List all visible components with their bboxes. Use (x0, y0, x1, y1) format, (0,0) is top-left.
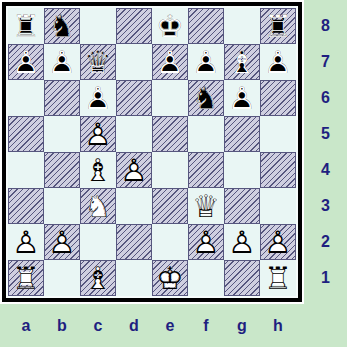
square-h1[interactable]: ♜♖ (260, 260, 296, 296)
black-bishop[interactable]: ♝♗ (224, 44, 260, 80)
black-knight-outline: ♘ (188, 80, 224, 116)
white-pawn[interactable]: ♟♙ (80, 116, 116, 152)
rank-label-7: 7 (304, 44, 347, 80)
square-e7[interactable]: ♟♙ (152, 44, 188, 80)
square-a1[interactable]: ♜♖ (8, 260, 44, 296)
black-knight[interactable]: ♞♘ (44, 8, 80, 44)
square-g4[interactable] (224, 152, 260, 188)
square-g2[interactable]: ♟♙ (224, 224, 260, 260)
black-pawn[interactable]: ♟♙ (188, 44, 224, 80)
square-d7[interactable] (116, 44, 152, 80)
square-c3[interactable]: ♞♘ (80, 188, 116, 224)
white-pawn[interactable]: ♟♙ (260, 224, 296, 260)
square-h8[interactable]: ♜♖ (260, 8, 296, 44)
square-h5[interactable] (260, 116, 296, 152)
rank-label-2: 2 (304, 224, 347, 260)
square-e8[interactable]: ♚♔ (152, 8, 188, 44)
square-a3[interactable] (8, 188, 44, 224)
square-f5[interactable] (188, 116, 224, 152)
chess-board: ♜♖♞♘♚♔♜♖♟♙♟♙♛♕♟♙♟♙♝♗♟♙♟♙♞♘♟♙♟♙♝♗♟♙♞♘♛♕♟♙… (8, 8, 296, 296)
square-b5[interactable] (44, 116, 80, 152)
file-label-b: b (44, 304, 80, 347)
square-e6[interactable] (152, 80, 188, 116)
file-labels: abcdefgh (8, 304, 296, 347)
black-pawn-outline: ♙ (8, 44, 44, 80)
chess-diagram: ♜♖♞♘♚♔♜♖♟♙♟♙♛♕♟♙♟♙♝♗♟♙♟♙♞♘♟♙♟♙♝♗♟♙♞♘♛♕♟♙… (0, 0, 347, 347)
square-h3[interactable] (260, 188, 296, 224)
white-king-outline: ♔ (152, 260, 188, 296)
black-pawn[interactable]: ♟♙ (80, 80, 116, 116)
square-d4[interactable]: ♟♙ (116, 152, 152, 188)
square-c8[interactable] (80, 8, 116, 44)
white-queen[interactable]: ♛♕ (188, 188, 224, 224)
white-pawn-outline: ♙ (8, 224, 44, 260)
square-f3[interactable]: ♛♕ (188, 188, 224, 224)
white-pawn[interactable]: ♟♙ (116, 152, 152, 188)
white-pawn-outline: ♙ (44, 224, 80, 260)
black-pawn-outline: ♙ (80, 80, 116, 116)
black-bishop-outline: ♗ (224, 44, 260, 80)
square-h6[interactable] (260, 80, 296, 116)
square-c6[interactable]: ♟♙ (80, 80, 116, 116)
square-c1[interactable]: ♝♗ (80, 260, 116, 296)
square-c7[interactable]: ♛♕ (80, 44, 116, 80)
square-b4[interactable] (44, 152, 80, 188)
rank-labels: 87654321 (304, 8, 347, 296)
black-pawn[interactable]: ♟♙ (224, 80, 260, 116)
square-h7[interactable]: ♟♙ (260, 44, 296, 80)
square-d8[interactable] (116, 8, 152, 44)
square-b1[interactable] (44, 260, 80, 296)
square-c4[interactable]: ♝♗ (80, 152, 116, 188)
black-pawn[interactable]: ♟♙ (44, 44, 80, 80)
square-f1[interactable] (188, 260, 224, 296)
square-e4[interactable] (152, 152, 188, 188)
square-a4[interactable] (8, 152, 44, 188)
square-g5[interactable] (224, 116, 260, 152)
white-pawn[interactable]: ♟♙ (8, 224, 44, 260)
black-king-outline: ♔ (152, 8, 188, 44)
square-h2[interactable]: ♟♙ (260, 224, 296, 260)
rank-label-3: 3 (304, 188, 347, 224)
square-d5[interactable] (116, 116, 152, 152)
black-rook-outline: ♖ (260, 8, 296, 44)
square-c5[interactable]: ♟♙ (80, 116, 116, 152)
black-pawn[interactable]: ♟♙ (8, 44, 44, 80)
white-pawn[interactable]: ♟♙ (224, 224, 260, 260)
square-g7[interactable]: ♝♗ (224, 44, 260, 80)
black-rook[interactable]: ♜♖ (260, 8, 296, 44)
square-a8[interactable]: ♜♖ (8, 8, 44, 44)
square-g6[interactable]: ♟♙ (224, 80, 260, 116)
square-e3[interactable] (152, 188, 188, 224)
white-rook-outline: ♖ (8, 260, 44, 296)
square-g8[interactable] (224, 8, 260, 44)
black-pawn-outline: ♙ (224, 80, 260, 116)
rank-label-4: 4 (304, 152, 347, 188)
file-label-e: e (152, 304, 188, 347)
board-frame-black: ♜♖♞♘♚♔♜♖♟♙♟♙♛♕♟♙♟♙♝♗♟♙♟♙♞♘♟♙♟♙♝♗♟♙♞♘♛♕♟♙… (2, 2, 302, 302)
white-king[interactable]: ♚♔ (152, 260, 188, 296)
square-f2[interactable]: ♟♙ (188, 224, 224, 260)
square-f6[interactable]: ♞♘ (188, 80, 224, 116)
square-b3[interactable] (44, 188, 80, 224)
board-frame-inner: ♜♖♞♘♚♔♜♖♟♙♟♙♛♕♟♙♟♙♝♗♟♙♟♙♞♘♟♙♟♙♝♗♟♙♞♘♛♕♟♙… (6, 6, 298, 298)
board-frame: ♜♖♞♘♚♔♜♖♟♙♟♙♛♕♟♙♟♙♝♗♟♙♟♙♞♘♟♙♟♙♝♗♟♙♞♘♛♕♟♙… (0, 0, 304, 304)
square-d6[interactable] (116, 80, 152, 116)
file-label-f: f (188, 304, 224, 347)
white-pawn-outline: ♙ (80, 116, 116, 152)
white-bishop[interactable]: ♝♗ (80, 152, 116, 188)
square-f8[interactable] (188, 8, 224, 44)
rank-label-1: 1 (304, 260, 347, 296)
file-label-c: c (80, 304, 116, 347)
white-rook[interactable]: ♜♖ (8, 260, 44, 296)
file-label-d: d (116, 304, 152, 347)
square-b8[interactable]: ♞♘ (44, 8, 80, 44)
white-bishop-outline: ♗ (80, 260, 116, 296)
black-pawn-outline: ♙ (44, 44, 80, 80)
square-e1[interactable]: ♚♔ (152, 260, 188, 296)
square-d3[interactable] (116, 188, 152, 224)
rank-label-8: 8 (304, 8, 347, 44)
white-pawn-outline: ♙ (116, 152, 152, 188)
white-pawn-outline: ♙ (260, 224, 296, 260)
square-a7[interactable]: ♟♙ (8, 44, 44, 80)
white-pawn[interactable]: ♟♙ (188, 224, 224, 260)
black-pawn-outline: ♙ (188, 44, 224, 80)
white-rook[interactable]: ♜♖ (260, 260, 296, 296)
square-f7[interactable]: ♟♙ (188, 44, 224, 80)
square-a2[interactable]: ♟♙ (8, 224, 44, 260)
square-g1[interactable] (224, 260, 260, 296)
square-e2[interactable] (152, 224, 188, 260)
rank-label-6: 6 (304, 80, 347, 116)
square-a5[interactable] (8, 116, 44, 152)
square-h4[interactable] (260, 152, 296, 188)
black-rook-outline: ♖ (8, 8, 44, 44)
white-knight[interactable]: ♞♘ (80, 188, 116, 224)
square-e5[interactable] (152, 116, 188, 152)
square-f4[interactable] (188, 152, 224, 188)
white-bishop-outline: ♗ (80, 152, 116, 188)
file-label-g: g (224, 304, 260, 347)
black-queen-outline: ♕ (80, 44, 116, 80)
square-g3[interactable] (224, 188, 260, 224)
white-knight-outline: ♘ (80, 188, 116, 224)
black-knight[interactable]: ♞♘ (188, 80, 224, 116)
square-b7[interactable]: ♟♙ (44, 44, 80, 80)
black-pawn-outline: ♙ (260, 44, 296, 80)
black-pawn[interactable]: ♟♙ (152, 44, 188, 80)
black-queen[interactable]: ♛♕ (80, 44, 116, 80)
square-a6[interactable] (8, 80, 44, 116)
white-pawn[interactable]: ♟♙ (44, 224, 80, 260)
rank-label-5: 5 (304, 116, 347, 152)
square-d1[interactable] (116, 260, 152, 296)
square-b2[interactable]: ♟♙ (44, 224, 80, 260)
black-rook[interactable]: ♜♖ (8, 8, 44, 44)
white-bishop[interactable]: ♝♗ (80, 260, 116, 296)
square-b6[interactable] (44, 80, 80, 116)
black-knight-outline: ♘ (44, 8, 80, 44)
white-queen-outline: ♕ (188, 188, 224, 224)
white-rook-outline: ♖ (260, 260, 296, 296)
black-king[interactable]: ♚♔ (152, 8, 188, 44)
square-d2[interactable] (116, 224, 152, 260)
white-pawn-outline: ♙ (188, 224, 224, 260)
black-pawn[interactable]: ♟♙ (260, 44, 296, 80)
white-pawn-outline: ♙ (224, 224, 260, 260)
file-label-a: a (8, 304, 44, 347)
black-pawn-outline: ♙ (152, 44, 188, 80)
file-label-h: h (260, 304, 296, 347)
square-c2[interactable] (80, 224, 116, 260)
